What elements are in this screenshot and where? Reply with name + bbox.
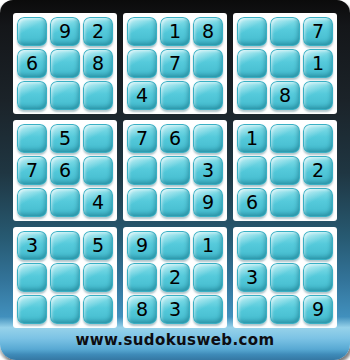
cell-r6c4[interactable] [127, 188, 157, 217]
cell-r4c9[interactable] [303, 124, 333, 153]
cell-r4c3[interactable] [83, 124, 113, 153]
cell-r2c8[interactable] [270, 49, 300, 78]
cell-r5c5[interactable] [160, 156, 190, 185]
cell-r4c2[interactable]: 5 [50, 124, 80, 153]
cell-r9c9[interactable]: 9 [303, 295, 333, 324]
cell-r3c3[interactable] [83, 81, 113, 110]
cell-r1c2[interactable]: 9 [50, 17, 80, 46]
cell-r9c5[interactable]: 3 [160, 295, 190, 324]
cell-r6c9[interactable] [303, 188, 333, 217]
cell-r7c1[interactable]: 3 [17, 231, 47, 260]
cell-r2c2[interactable] [50, 49, 80, 78]
cell-r5c8[interactable] [270, 156, 300, 185]
cell-r9c7[interactable] [237, 295, 267, 324]
cell-r9c2[interactable] [50, 295, 80, 324]
cell-r9c8[interactable] [270, 295, 300, 324]
cell-r3c6[interactable] [193, 81, 223, 110]
cell-r1c6[interactable]: 8 [193, 17, 223, 46]
cell-r6c1[interactable] [17, 188, 47, 217]
cell-r2c1[interactable]: 6 [17, 49, 47, 78]
cell-r8c1[interactable] [17, 263, 47, 292]
cell-r4c7[interactable]: 1 [237, 124, 267, 153]
cell-r4c4[interactable]: 7 [127, 124, 157, 153]
cell-r1c1[interactable] [17, 17, 47, 46]
cell-r1c4[interactable] [127, 17, 157, 46]
cell-r2c5[interactable]: 7 [160, 49, 190, 78]
cell-r1c8[interactable] [270, 17, 300, 46]
cell-r8c3[interactable] [83, 263, 113, 292]
cell-r6c3[interactable]: 4 [83, 188, 113, 217]
cell-r3c5[interactable] [160, 81, 190, 110]
cell-r5c4[interactable] [127, 156, 157, 185]
cell-r2c3[interactable]: 8 [83, 49, 113, 78]
cell-r8c7[interactable]: 3 [237, 263, 267, 292]
cell-r9c3[interactable] [83, 295, 113, 324]
cell-r6c6[interactable]: 9 [193, 188, 223, 217]
cell-r2c7[interactable] [237, 49, 267, 78]
box-2: 1874 [123, 13, 227, 114]
cell-r4c6[interactable] [193, 124, 223, 153]
cell-r1c7[interactable] [237, 17, 267, 46]
footer-bar: www.sudokusweb.com [13, 328, 337, 360]
cell-r1c9[interactable]: 7 [303, 17, 333, 46]
footer-url[interactable]: www.sudokusweb.com [75, 331, 274, 349]
cell-r3c9[interactable] [303, 81, 333, 110]
cell-r8c4[interactable] [127, 263, 157, 292]
cell-r9c6[interactable] [193, 295, 223, 324]
cell-r8c2[interactable] [50, 263, 80, 292]
cell-r4c1[interactable] [17, 124, 47, 153]
cell-r8c9[interactable] [303, 263, 333, 292]
cell-r3c2[interactable] [50, 81, 80, 110]
cell-r1c5[interactable]: 1 [160, 17, 190, 46]
cell-r4c5[interactable]: 6 [160, 124, 190, 153]
cell-r2c6[interactable] [193, 49, 223, 78]
sudoku-board: 9268187471857647639126359128339 [13, 13, 337, 328]
cell-r7c7[interactable] [237, 231, 267, 260]
box-9: 39 [233, 227, 337, 328]
cell-r7c5[interactable] [160, 231, 190, 260]
cell-r7c6[interactable]: 1 [193, 231, 223, 260]
cell-r1c3[interactable]: 2 [83, 17, 113, 46]
cell-r8c6[interactable] [193, 263, 223, 292]
cell-r5c7[interactable] [237, 156, 267, 185]
box-3: 718 [233, 13, 337, 114]
cell-r6c8[interactable] [270, 188, 300, 217]
cell-r8c5[interactable]: 2 [160, 263, 190, 292]
box-7: 35 [13, 227, 117, 328]
cell-r3c8[interactable]: 8 [270, 81, 300, 110]
cell-r7c9[interactable] [303, 231, 333, 260]
box-6: 126 [233, 120, 337, 221]
box-5: 7639 [123, 120, 227, 221]
cell-r9c4[interactable]: 8 [127, 295, 157, 324]
cell-r6c7[interactable]: 6 [237, 188, 267, 217]
box-4: 5764 [13, 120, 117, 221]
cell-r5c1[interactable]: 7 [17, 156, 47, 185]
cell-r5c2[interactable]: 6 [50, 156, 80, 185]
cell-r7c4[interactable]: 9 [127, 231, 157, 260]
cell-r7c2[interactable] [50, 231, 80, 260]
sudoku-widget: 9268187471857647639126359128339 www.sudo… [0, 0, 350, 360]
cell-r5c3[interactable] [83, 156, 113, 185]
cell-r3c4[interactable]: 4 [127, 81, 157, 110]
cell-r4c8[interactable] [270, 124, 300, 153]
cell-r9c1[interactable] [17, 295, 47, 324]
cell-r6c5[interactable] [160, 188, 190, 217]
cell-r8c8[interactable] [270, 263, 300, 292]
cell-r7c3[interactable]: 5 [83, 231, 113, 260]
cell-r6c2[interactable] [50, 188, 80, 217]
cell-r2c4[interactable] [127, 49, 157, 78]
cell-r2c9[interactable]: 1 [303, 49, 333, 78]
cell-r3c1[interactable] [17, 81, 47, 110]
cell-r5c9[interactable]: 2 [303, 156, 333, 185]
box-1: 9268 [13, 13, 117, 114]
cell-r5c6[interactable]: 3 [193, 156, 223, 185]
cell-r7c8[interactable] [270, 231, 300, 260]
cell-r3c7[interactable] [237, 81, 267, 110]
box-8: 91283 [123, 227, 227, 328]
